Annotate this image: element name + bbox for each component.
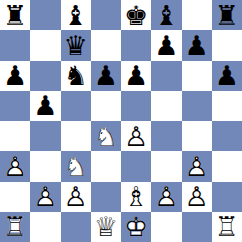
square-d2[interactable] <box>91 182 121 212</box>
square-h8[interactable]: ♜ <box>212 0 242 30</box>
black-pawn[interactable]: ♟ <box>215 62 239 89</box>
white-pawn[interactable]: ♟♙ <box>3 153 27 180</box>
square-f5[interactable] <box>151 91 181 121</box>
square-b1[interactable] <box>30 212 60 242</box>
white-piece-outline-glyph: ♕ <box>94 213 118 240</box>
square-a1[interactable]: ♜♖ <box>0 212 30 242</box>
square-b8[interactable] <box>30 0 60 30</box>
white-rook[interactable]: ♜♖ <box>215 213 239 240</box>
square-e5[interactable] <box>121 91 151 121</box>
white-piece-outline-glyph: ♙ <box>64 183 88 210</box>
black-bishop[interactable]: ♝ <box>64 2 88 29</box>
square-c2[interactable]: ♟♙ <box>61 182 91 212</box>
square-e6[interactable]: ♟ <box>121 61 151 91</box>
square-c1[interactable] <box>61 212 91 242</box>
square-d4[interactable]: ♞♘ <box>91 121 121 151</box>
white-pawn[interactable]: ♟♙ <box>185 183 209 210</box>
square-b2[interactable]: ♟♙ <box>30 182 60 212</box>
black-pawn[interactable]: ♟ <box>33 92 57 119</box>
square-f6[interactable] <box>151 61 181 91</box>
square-h4[interactable] <box>212 121 242 151</box>
square-a7[interactable] <box>0 30 30 60</box>
square-d6[interactable]: ♟ <box>91 61 121 91</box>
square-b3[interactable] <box>30 151 60 181</box>
square-h5[interactable] <box>212 91 242 121</box>
square-f4[interactable] <box>151 121 181 151</box>
square-a3[interactable]: ♟♙ <box>0 151 30 181</box>
square-g8[interactable] <box>182 0 212 30</box>
square-e3[interactable] <box>121 151 151 181</box>
white-knight[interactable]: ♞♘ <box>64 153 88 180</box>
black-pawn[interactable]: ♟ <box>3 62 27 89</box>
square-h2[interactable] <box>212 182 242 212</box>
square-c4[interactable] <box>61 121 91 151</box>
square-a5[interactable] <box>0 91 30 121</box>
square-a8[interactable]: ♜ <box>0 0 30 30</box>
square-f8[interactable]: ♝ <box>151 0 181 30</box>
white-piece-outline-glyph: ♙ <box>124 123 148 150</box>
black-knight[interactable]: ♞ <box>64 62 88 89</box>
black-queen[interactable]: ♛ <box>64 32 88 59</box>
black-bishop[interactable]: ♝ <box>154 2 178 29</box>
white-piece-outline-glyph: ♙ <box>3 153 27 180</box>
white-pawn[interactable]: ♟♙ <box>124 123 148 150</box>
black-king[interactable]: ♚ <box>124 2 148 29</box>
square-e2[interactable]: ♝♗ <box>121 182 151 212</box>
black-pawn[interactable]: ♟ <box>124 62 148 89</box>
square-c6[interactable]: ♞ <box>61 61 91 91</box>
square-b6[interactable] <box>30 61 60 91</box>
white-piece-outline-glyph: ♖ <box>3 213 27 240</box>
black-pawn[interactable]: ♟ <box>154 32 178 59</box>
white-piece-outline-glyph: ♖ <box>215 213 239 240</box>
square-a2[interactable] <box>0 182 30 212</box>
white-pawn[interactable]: ♟♙ <box>64 183 88 210</box>
black-pawn[interactable]: ♟ <box>185 32 209 59</box>
square-g1[interactable] <box>182 212 212 242</box>
square-f3[interactable] <box>151 151 181 181</box>
white-piece-outline-glyph: ♗ <box>124 183 148 210</box>
white-bishop[interactable]: ♝♗ <box>124 183 148 210</box>
white-pawn[interactable]: ♟♙ <box>154 183 178 210</box>
white-piece-outline-glyph: ♘ <box>64 153 88 180</box>
square-d5[interactable] <box>91 91 121 121</box>
white-piece-outline-glyph: ♙ <box>185 153 209 180</box>
square-c8[interactable]: ♝ <box>61 0 91 30</box>
square-c5[interactable] <box>61 91 91 121</box>
square-h1[interactable]: ♜♖ <box>212 212 242 242</box>
square-b7[interactable] <box>30 30 60 60</box>
square-e1[interactable]: ♚♔ <box>121 212 151 242</box>
white-piece-outline-glyph: ♙ <box>185 183 209 210</box>
square-e7[interactable] <box>121 30 151 60</box>
white-pawn[interactable]: ♟♙ <box>185 153 209 180</box>
square-g2[interactable]: ♟♙ <box>182 182 212 212</box>
square-a6[interactable]: ♟ <box>0 61 30 91</box>
white-knight[interactable]: ♞♘ <box>94 123 118 150</box>
square-d3[interactable] <box>91 151 121 181</box>
square-d1[interactable]: ♛♕ <box>91 212 121 242</box>
square-f2[interactable]: ♟♙ <box>151 182 181 212</box>
square-a4[interactable] <box>0 121 30 151</box>
square-e8[interactable]: ♚ <box>121 0 151 30</box>
square-g6[interactable] <box>182 61 212 91</box>
square-e4[interactable]: ♟♙ <box>121 121 151 151</box>
square-c7[interactable]: ♛ <box>61 30 91 60</box>
square-d8[interactable] <box>91 0 121 30</box>
white-piece-outline-glyph: ♘ <box>94 123 118 150</box>
white-king[interactable]: ♚♔ <box>124 213 148 240</box>
white-queen[interactable]: ♛♕ <box>94 213 118 240</box>
square-f7[interactable]: ♟ <box>151 30 181 60</box>
white-pawn[interactable]: ♟♙ <box>33 183 57 210</box>
chess-board: ♜♝♚♝♜♛♟♟♟♞♟♟♟♟♞♘♟♙♟♙♞♘♟♙♟♙♟♙♝♗♟♙♟♙♜♖♛♕♚♔… <box>0 0 242 242</box>
black-pawn[interactable]: ♟ <box>94 62 118 89</box>
white-piece-outline-glyph: ♙ <box>33 183 57 210</box>
square-g7[interactable]: ♟ <box>182 30 212 60</box>
square-h3[interactable] <box>212 151 242 181</box>
square-h7[interactable] <box>212 30 242 60</box>
square-h6[interactable]: ♟ <box>212 61 242 91</box>
black-rook[interactable]: ♜ <box>215 2 239 29</box>
white-rook[interactable]: ♜♖ <box>3 213 27 240</box>
white-piece-outline-glyph: ♙ <box>154 183 178 210</box>
square-f1[interactable] <box>151 212 181 242</box>
white-piece-outline-glyph: ♔ <box>124 213 148 240</box>
square-b4[interactable] <box>30 121 60 151</box>
black-rook[interactable]: ♜ <box>3 2 27 29</box>
square-g5[interactable] <box>182 91 212 121</box>
square-d7[interactable] <box>91 30 121 60</box>
square-b5[interactable]: ♟ <box>30 91 60 121</box>
square-g4[interactable] <box>182 121 212 151</box>
square-g3[interactable]: ♟♙ <box>182 151 212 181</box>
square-c3[interactable]: ♞♘ <box>61 151 91 181</box>
